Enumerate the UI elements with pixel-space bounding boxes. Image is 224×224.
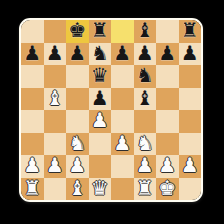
square-g5[interactable] [156,88,179,111]
piece-white-pawn: ♟ [68,155,86,175]
square-d7[interactable]: ♞ [89,43,112,66]
piece-black-bishop: ♝ [136,20,154,40]
square-f2[interactable]: ♟ [134,155,157,178]
square-a5[interactable] [21,88,44,111]
square-h8[interactable]: ♜ [179,20,202,43]
piece-black-rook: ♜ [91,20,109,40]
square-f7[interactable]: ♟ [134,43,157,66]
square-b5[interactable]: ♝ [44,88,67,111]
piece-white-pawn: ♟ [158,155,176,175]
piece-black-pawn: ♟ [68,43,86,63]
square-d1[interactable]: ♛ [89,178,112,201]
square-b7[interactable]: ♟ [44,43,67,66]
square-h7[interactable]: ♟ [179,43,202,66]
square-d8[interactable]: ♜ [89,20,112,43]
square-c8[interactable]: ♚ [66,20,89,43]
square-g8[interactable] [156,20,179,43]
square-b3[interactable] [44,133,67,156]
square-c2[interactable]: ♟ [66,155,89,178]
square-h4[interactable] [179,110,202,133]
square-c3[interactable]: ♞ [66,133,89,156]
square-h3[interactable] [179,133,202,156]
square-g7[interactable]: ♟ [156,43,179,66]
square-e7[interactable]: ♟ [111,43,134,66]
square-a7[interactable]: ♟ [21,43,44,66]
square-f4[interactable] [134,110,157,133]
square-d6[interactable]: ♛ [89,65,112,88]
square-c1[interactable]: ♝ [66,178,89,201]
square-f1[interactable]: ♜ [134,178,157,201]
piece-white-pawn: ♟ [46,155,64,175]
square-e1[interactable] [111,178,134,201]
square-d2[interactable] [89,155,112,178]
piece-black-pawn: ♟ [91,88,109,108]
piece-black-pawn: ♟ [136,43,154,63]
piece-black-pawn: ♟ [23,43,41,63]
square-a8[interactable] [21,20,44,43]
piece-white-pawn: ♟ [23,155,41,175]
square-e3[interactable]: ♟ [111,133,134,156]
piece-black-knight: ♞ [91,43,109,63]
square-h6[interactable] [179,65,202,88]
square-b8[interactable] [44,20,67,43]
square-c4[interactable] [66,110,89,133]
square-b2[interactable]: ♟ [44,155,67,178]
square-a4[interactable] [21,110,44,133]
piece-black-bishop: ♝ [136,88,154,108]
piece-black-pawn: ♟ [46,43,64,63]
piece-white-pawn: ♟ [113,133,131,153]
piece-white-pawn: ♟ [181,155,199,175]
square-e8[interactable] [111,20,134,43]
square-b4[interactable] [44,110,67,133]
piece-white-king: ♚ [158,178,176,198]
square-f3[interactable]: ♞ [134,133,157,156]
square-f6[interactable]: ♞ [134,65,157,88]
square-e5[interactable] [111,88,134,111]
piece-black-rook: ♜ [181,20,199,40]
square-h5[interactable] [179,88,202,111]
piece-black-knight: ♞ [136,65,154,85]
square-c5[interactable] [66,88,89,111]
piece-white-bishop: ♝ [68,178,86,198]
piece-black-pawn: ♟ [181,43,199,63]
piece-white-pawn: ♟ [136,155,154,175]
square-a2[interactable]: ♟ [21,155,44,178]
chess-board: ♚♜♝♜♟♟♟♞♟♟♟♟♛♞♝♟♝♟♞♟♞♟♟♟♟♟♟♜♝♛♜♚ [19,18,203,202]
square-a1[interactable]: ♜ [21,178,44,201]
piece-white-rook: ♜ [23,178,41,198]
square-a6[interactable] [21,65,44,88]
piece-white-queen: ♛ [91,178,109,198]
square-c6[interactable] [66,65,89,88]
square-g4[interactable] [156,110,179,133]
square-e6[interactable] [111,65,134,88]
square-f8[interactable]: ♝ [134,20,157,43]
square-e2[interactable] [111,155,134,178]
square-d4[interactable]: ♟ [89,110,112,133]
square-f5[interactable]: ♝ [134,88,157,111]
piece-black-king: ♚ [68,20,86,40]
square-b1[interactable] [44,178,67,201]
piece-white-knight: ♞ [136,133,154,153]
piece-white-rook: ♜ [136,178,154,198]
square-d5[interactable]: ♟ [89,88,112,111]
piece-black-queen: ♛ [91,65,109,85]
square-h1[interactable] [179,178,202,201]
piece-white-pawn: ♟ [91,110,109,130]
square-c7[interactable]: ♟ [66,43,89,66]
square-h2[interactable]: ♟ [179,155,202,178]
square-g3[interactable] [156,133,179,156]
screenshot-background: ♚♜♝♜♟♟♟♞♟♟♟♟♛♞♝♟♝♟♞♟♞♟♟♟♟♟♟♜♝♛♜♚ [0,0,224,224]
piece-black-pawn: ♟ [113,43,131,63]
piece-white-bishop: ♝ [46,88,64,108]
piece-black-pawn: ♟ [158,43,176,63]
square-g1[interactable]: ♚ [156,178,179,201]
square-g6[interactable] [156,65,179,88]
square-a3[interactable] [21,133,44,156]
square-e4[interactable] [111,110,134,133]
square-b6[interactable] [44,65,67,88]
piece-white-knight: ♞ [68,133,86,153]
square-g2[interactable]: ♟ [156,155,179,178]
square-d3[interactable] [89,133,112,156]
